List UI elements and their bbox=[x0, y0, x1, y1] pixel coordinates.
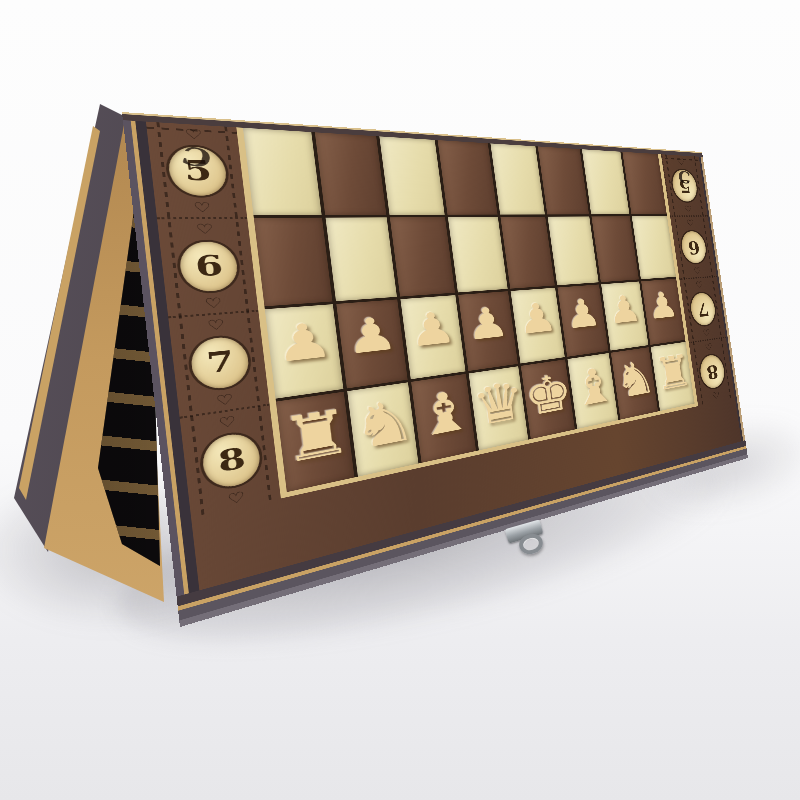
square-b6 bbox=[592, 216, 639, 282]
rank-medallion-6: 6 bbox=[680, 231, 708, 264]
scroll-ornament-icon: Ɔ bbox=[178, 141, 214, 175]
piece-white-bishop: ♝ bbox=[412, 382, 474, 446]
square-f7: ♟ bbox=[400, 295, 465, 379]
heart-ornament-icon: ♡ bbox=[193, 200, 212, 214]
piece-white-pawn: ♟ bbox=[459, 301, 514, 348]
heart-ornament-icon: ♡ bbox=[204, 296, 223, 311]
rank-medallion-8: 8 bbox=[200, 430, 262, 491]
piece-white-rook: ♜ bbox=[277, 401, 352, 474]
square-f5 bbox=[379, 136, 444, 214]
chess-board-face: ♡5♡♡6♡♡7♡♡8♡ ♡5♡♡6♡♡7♡♡8♡ ƆHGFEDCBAƆ ♟♟♟… bbox=[122, 112, 748, 627]
square-d5 bbox=[490, 143, 545, 214]
heart-ornament-icon: ♡ bbox=[195, 222, 214, 236]
square-h8: ♜ bbox=[276, 392, 354, 492]
piece-white-pawn: ♟ bbox=[401, 305, 461, 354]
piece-white-king: ♚ bbox=[521, 367, 573, 424]
square-e6 bbox=[447, 217, 507, 293]
piece-white-pawn: ♟ bbox=[642, 287, 682, 325]
square-g6 bbox=[325, 217, 396, 301]
piece-white-bishop: ♝ bbox=[569, 360, 617, 414]
heart-ornament-icon: ♡ bbox=[227, 489, 246, 507]
rank-medallion-7: 7 bbox=[189, 335, 251, 391]
rank-label-cell-6: ♡6♡ bbox=[157, 219, 258, 319]
square-a6 bbox=[632, 216, 676, 279]
square-a5 bbox=[622, 152, 666, 214]
square-h5 bbox=[243, 128, 322, 215]
square-f6 bbox=[390, 217, 455, 297]
square-h6 bbox=[254, 218, 333, 307]
heart-ornament-icon: ♡ bbox=[702, 328, 711, 338]
heart-ornament-icon: ♡ bbox=[206, 317, 225, 332]
piece-white-rook: ♜ bbox=[652, 348, 693, 397]
heart-ornament-icon: ♡ bbox=[693, 266, 702, 275]
rank-label-cell-7: ♡7♡ bbox=[168, 312, 269, 419]
heart-ornament-icon: ♡ bbox=[215, 392, 234, 409]
piece-white-knight: ♞ bbox=[348, 391, 416, 459]
scene: ♡5♡♡6♡♡7♡♡8♡ ♡5♡♡6♡♡7♡♡8♡ ƆHGFEDCBAƆ ♟♟♟… bbox=[0, 0, 800, 800]
square-d6 bbox=[500, 217, 555, 289]
rank-medallion-6: 6 bbox=[178, 241, 240, 293]
rank-medallion-8: 8 bbox=[698, 353, 726, 390]
square-g8: ♞ bbox=[347, 382, 418, 476]
square-g7: ♟ bbox=[336, 299, 407, 388]
square-b5 bbox=[582, 149, 629, 214]
square-a8: ♜ bbox=[651, 342, 695, 411]
scroll-ornament-icon: Ɔ bbox=[678, 166, 691, 187]
square-f8: ♝ bbox=[411, 374, 476, 463]
rank-label-cell-8: ♡8♡ bbox=[180, 405, 281, 518]
square-c8: ♝ bbox=[568, 353, 619, 429]
square-d8: ♚ bbox=[520, 359, 575, 439]
piece-white-pawn: ♟ bbox=[511, 297, 562, 341]
heart-ornament-icon: ♡ bbox=[677, 157, 686, 166]
heart-ornament-icon: ♡ bbox=[712, 390, 721, 401]
square-b7: ♟ bbox=[601, 281, 648, 350]
square-e8: ♛ bbox=[468, 366, 527, 450]
heart-ornament-icon: ♡ bbox=[684, 205, 693, 214]
square-e7: ♟ bbox=[458, 291, 518, 371]
heart-ornament-icon: ♡ bbox=[704, 342, 713, 352]
square-e5 bbox=[437, 140, 497, 215]
piece-white-knight: ♞ bbox=[612, 354, 656, 406]
heart-ornament-icon: ♡ bbox=[184, 127, 203, 142]
piece-white-pawn: ♟ bbox=[338, 310, 405, 362]
square-b8: ♞ bbox=[611, 347, 658, 419]
square-c6 bbox=[548, 216, 599, 285]
piece-white-pawn: ♟ bbox=[559, 293, 606, 335]
piece-white-pawn: ♟ bbox=[603, 290, 646, 330]
chess-grid: ♟♟♟♟♟♟♟♟♜♞♝♛♚♝♞♜ bbox=[243, 128, 695, 492]
piece-white-pawn: ♟ bbox=[266, 315, 340, 371]
heart-ornament-icon: ♡ bbox=[686, 219, 695, 228]
square-g5 bbox=[315, 132, 386, 215]
rank-medallion-7: 7 bbox=[689, 292, 717, 327]
square-h7: ♟ bbox=[265, 304, 343, 398]
square-c7: ♟ bbox=[558, 284, 609, 356]
square-c5 bbox=[538, 146, 589, 214]
square-a7: ♟ bbox=[641, 279, 685, 345]
square-d7: ♟ bbox=[510, 288, 565, 364]
heart-ornament-icon: ♡ bbox=[218, 414, 237, 431]
playing-area: ♟♟♟♟♟♟♟♟♜♞♝♛♚♝♞♜ bbox=[236, 127, 698, 498]
piece-white-queen: ♛ bbox=[469, 374, 525, 434]
heart-ornament-icon: ♡ bbox=[695, 280, 704, 290]
